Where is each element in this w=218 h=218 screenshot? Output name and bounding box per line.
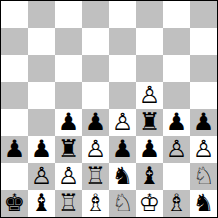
square-h7[interactable] — [190, 28, 217, 55]
square-b4[interactable] — [28, 109, 55, 136]
black-pawn-piece: ♟ — [58, 109, 80, 136]
square-a8[interactable] — [1, 1, 28, 28]
black-pawn-piece: ♟ — [112, 136, 134, 163]
square-f1[interactable]: ♔ — [136, 190, 163, 217]
square-e3[interactable]: ♟ — [109, 136, 136, 163]
white-king-piece: ♔ — [139, 190, 161, 217]
white-pawn-piece: ♙ — [193, 136, 215, 163]
square-d1[interactable]: ♗ — [82, 190, 109, 217]
square-f5[interactable]: ♙ — [136, 82, 163, 109]
black-pawn-piece: ♟ — [139, 136, 161, 163]
square-h5[interactable] — [190, 82, 217, 109]
square-c5[interactable] — [55, 82, 82, 109]
square-e7[interactable] — [109, 28, 136, 55]
white-rook-piece: ♖ — [85, 163, 107, 190]
white-pawn-piece: ♙ — [31, 163, 53, 190]
square-e1[interactable]: ♘ — [109, 190, 136, 217]
square-a5[interactable] — [1, 82, 28, 109]
square-g1[interactable]: ♗ — [163, 190, 190, 217]
black-bishop-piece: ♝ — [139, 163, 161, 190]
square-g7[interactable] — [163, 28, 190, 55]
square-d8[interactable] — [82, 1, 109, 28]
square-b8[interactable] — [28, 1, 55, 28]
square-a2[interactable] — [1, 163, 28, 190]
square-f8[interactable] — [136, 1, 163, 28]
square-a4[interactable] — [1, 109, 28, 136]
square-a1[interactable]: ♚ — [1, 190, 28, 217]
black-rook-piece: ♜ — [58, 136, 80, 163]
square-b7[interactable] — [28, 28, 55, 55]
black-rook-piece: ♜ — [139, 109, 161, 136]
square-b5[interactable] — [28, 82, 55, 109]
square-d6[interactable] — [82, 55, 109, 82]
square-c8[interactable] — [55, 1, 82, 28]
square-f3[interactable]: ♟ — [136, 136, 163, 163]
square-c6[interactable] — [55, 55, 82, 82]
black-pawn-piece: ♟ — [85, 109, 107, 136]
square-f7[interactable] — [136, 28, 163, 55]
white-pawn-piece: ♙ — [166, 136, 188, 163]
white-bishop-piece: ♗ — [85, 190, 107, 217]
white-pawn-piece: ♙ — [85, 136, 107, 163]
square-c3[interactable]: ♜ — [55, 136, 82, 163]
square-e4[interactable]: ♙ — [109, 109, 136, 136]
square-b6[interactable] — [28, 55, 55, 82]
white-knight-piece: ♘ — [112, 190, 134, 217]
square-d7[interactable] — [82, 28, 109, 55]
black-pawn-piece: ♟ — [31, 136, 53, 163]
square-h2[interactable]: ♘ — [190, 163, 217, 190]
black-bishop-piece: ♝ — [31, 190, 53, 217]
black-knight-piece: ♞ — [193, 190, 215, 217]
black-pawn-piece: ♟ — [193, 109, 215, 136]
square-e8[interactable] — [109, 1, 136, 28]
square-d4[interactable]: ♟ — [82, 109, 109, 136]
square-g6[interactable] — [163, 55, 190, 82]
square-d5[interactable] — [82, 82, 109, 109]
square-d3[interactable]: ♙ — [82, 136, 109, 163]
square-h3[interactable]: ♙ — [190, 136, 217, 163]
square-b1[interactable]: ♝ — [28, 190, 55, 217]
square-g2[interactable] — [163, 163, 190, 190]
square-h4[interactable]: ♟ — [190, 109, 217, 136]
square-f6[interactable] — [136, 55, 163, 82]
square-h1[interactable]: ♞ — [190, 190, 217, 217]
black-king-piece: ♚ — [4, 190, 26, 217]
square-b3[interactable]: ♟ — [28, 136, 55, 163]
square-a6[interactable] — [1, 55, 28, 82]
chess-diagram: ♙♟♟♙♜♟♟♟♟♜♙♟♟♙♙♙♙♖♞♝♘♚♝♖♗♘♔♗♞ — [0, 0, 218, 218]
black-pawn-piece: ♟ — [4, 136, 26, 163]
square-h6[interactable] — [190, 55, 217, 82]
square-e5[interactable] — [109, 82, 136, 109]
white-bishop-piece: ♗ — [166, 190, 188, 217]
square-b2[interactable]: ♙ — [28, 163, 55, 190]
square-g3[interactable]: ♙ — [163, 136, 190, 163]
square-c2[interactable]: ♙ — [55, 163, 82, 190]
square-g8[interactable] — [163, 1, 190, 28]
white-pawn-piece: ♙ — [58, 163, 80, 190]
black-knight-piece: ♞ — [112, 163, 134, 190]
square-f2[interactable]: ♝ — [136, 163, 163, 190]
white-knight-piece: ♘ — [193, 163, 215, 190]
white-pawn-piece: ♙ — [112, 109, 134, 136]
square-d2[interactable]: ♖ — [82, 163, 109, 190]
white-pawn-piece: ♙ — [139, 82, 161, 109]
square-e6[interactable] — [109, 55, 136, 82]
square-a3[interactable]: ♟ — [1, 136, 28, 163]
square-h8[interactable] — [190, 1, 217, 28]
chess-board: ♙♟♟♙♜♟♟♟♟♜♙♟♟♙♙♙♙♖♞♝♘♚♝♖♗♘♔♗♞ — [0, 0, 218, 218]
square-g5[interactable] — [163, 82, 190, 109]
black-pawn-piece: ♟ — [166, 109, 188, 136]
square-e2[interactable]: ♞ — [109, 163, 136, 190]
square-c4[interactable]: ♟ — [55, 109, 82, 136]
square-a7[interactable] — [1, 28, 28, 55]
square-c7[interactable] — [55, 28, 82, 55]
white-rook-piece: ♖ — [58, 190, 80, 217]
square-c1[interactable]: ♖ — [55, 190, 82, 217]
square-f4[interactable]: ♜ — [136, 109, 163, 136]
square-g4[interactable]: ♟ — [163, 109, 190, 136]
